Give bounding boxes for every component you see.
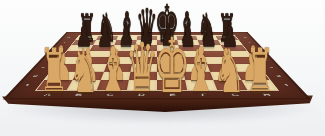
piece-white-bishop[interactable]: ♝ bbox=[186, 39, 216, 100]
piece-white-knight[interactable]: ♞ bbox=[216, 40, 246, 101]
piece-white-bishop[interactable]: ♝ bbox=[98, 39, 128, 100]
pieces-layer: ♜♞♝♛♚♝♞♜♟♟♟♟♟♟♟♟♟♟♟♟♟♟♟♟♜♞♝♛♚♝♞♜ bbox=[0, 0, 325, 136]
chess-board-photo: AABBCCDDEEFFGGHH1122334455667788 ♜♞♝♛♚♝♞… bbox=[0, 0, 325, 136]
piece-white-knight[interactable]: ♞ bbox=[69, 40, 99, 101]
piece-white-rook[interactable]: ♜ bbox=[245, 41, 274, 100]
piece-white-rook[interactable]: ♜ bbox=[40, 41, 69, 100]
